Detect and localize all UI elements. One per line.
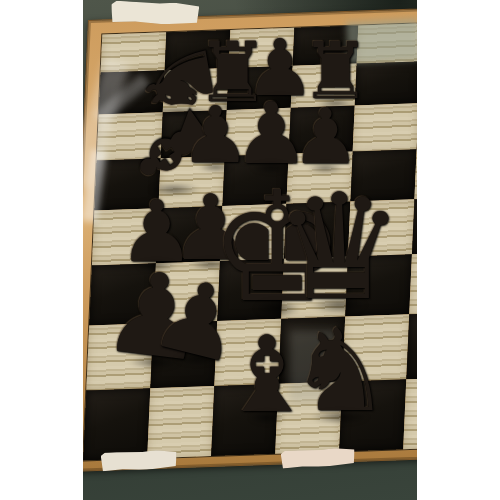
queen-glyph: ♛	[274, 174, 405, 320]
chess-piece-pawn-8[interactable]: ♟	[170, 275, 226, 363]
board-square	[83, 388, 150, 460]
screenshot-canvas: ♞♝♜♟♜♟♟♟♟♟♚♛♟♟♝♞	[0, 0, 500, 500]
chess-piece-knight[interactable]: ♞	[305, 320, 375, 422]
chess-piece-queen[interactable]: ♛	[306, 182, 372, 312]
board-square	[147, 386, 214, 458]
chess-piece-bishop[interactable]: ♝	[246, 328, 288, 422]
knight-glyph: ♞	[289, 314, 391, 428]
chessboard-photo: ♞♝♜♟♜♟♟♟♟♟♚♛♟♟♝♞	[83, 0, 417, 500]
board-square	[403, 377, 417, 449]
board-square	[406, 312, 417, 379]
